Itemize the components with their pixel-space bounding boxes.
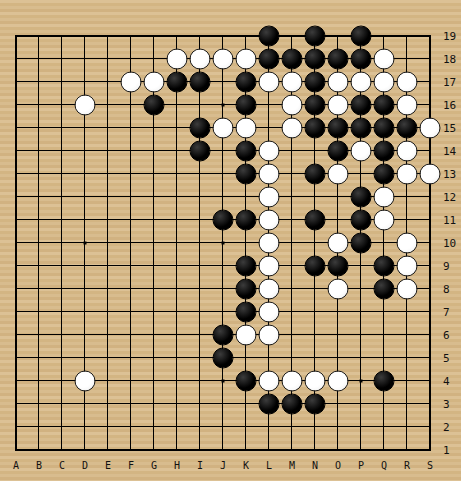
row-label-15: 15 [443, 122, 456, 135]
black-stone-L3[interactable] [258, 393, 279, 414]
row-label-13: 13 [443, 168, 456, 181]
white-stone-M4[interactable] [281, 370, 302, 391]
black-stone-I17[interactable] [189, 71, 210, 92]
white-stone-K15[interactable] [235, 117, 256, 138]
white-stone-D4[interactable] [74, 370, 95, 391]
white-stone-L8[interactable] [258, 278, 279, 299]
grid-hline [15, 311, 430, 312]
grid-hline [15, 403, 430, 404]
star-point [221, 241, 224, 244]
white-stone-L13[interactable] [258, 163, 279, 184]
row-label-19: 19 [443, 30, 456, 43]
black-stone-P10[interactable] [350, 232, 371, 253]
column-label-K: K [243, 460, 249, 471]
black-stone-K9[interactable] [235, 255, 256, 276]
row-label-11: 11 [443, 214, 456, 227]
black-stone-N16[interactable] [304, 94, 325, 115]
black-stone-P11[interactable] [350, 209, 371, 230]
white-stone-R8[interactable] [396, 278, 417, 299]
white-stone-R17[interactable] [396, 71, 417, 92]
grid-vline [130, 35, 131, 451]
black-stone-N11[interactable] [304, 209, 325, 230]
white-stone-J15[interactable] [212, 117, 233, 138]
white-stone-R16[interactable] [396, 94, 417, 115]
column-label-N: N [312, 460, 318, 471]
black-stone-O18[interactable] [327, 48, 348, 69]
black-stone-N19[interactable] [304, 25, 325, 46]
black-stone-H17[interactable] [166, 71, 187, 92]
star-point [83, 241, 86, 244]
white-stone-M17[interactable] [281, 71, 302, 92]
row-label-5: 5 [443, 352, 450, 365]
row-label-4: 4 [443, 375, 450, 388]
black-stone-R15[interactable] [396, 117, 417, 138]
white-stone-R9[interactable] [396, 255, 417, 276]
white-stone-O13[interactable] [327, 163, 348, 184]
white-stone-S13[interactable] [419, 163, 440, 184]
white-stone-N4[interactable] [304, 370, 325, 391]
white-stone-L7[interactable] [258, 301, 279, 322]
black-stone-P12[interactable] [350, 186, 371, 207]
white-stone-P17[interactable] [350, 71, 371, 92]
row-label-2: 2 [443, 421, 450, 434]
row-label-12: 12 [443, 191, 456, 204]
white-stone-H18[interactable] [166, 48, 187, 69]
white-stone-K18[interactable] [235, 48, 256, 69]
white-stone-M15[interactable] [281, 117, 302, 138]
white-stone-O4[interactable] [327, 370, 348, 391]
white-stone-R10[interactable] [396, 232, 417, 253]
white-stone-P14[interactable] [350, 140, 371, 161]
white-stone-J18[interactable] [212, 48, 233, 69]
white-stone-O10[interactable] [327, 232, 348, 253]
row-label-9: 9 [443, 260, 450, 273]
column-label-B: B [36, 460, 42, 471]
row-label-10: 10 [443, 237, 456, 250]
white-stone-F17[interactable] [120, 71, 141, 92]
black-stone-I14[interactable] [189, 140, 210, 161]
black-stone-K16[interactable] [235, 94, 256, 115]
row-label-8: 8 [443, 283, 450, 296]
white-stone-Q11[interactable] [373, 209, 394, 230]
grid-hline [15, 426, 430, 427]
white-stone-L11[interactable] [258, 209, 279, 230]
black-stone-O14[interactable] [327, 140, 348, 161]
column-label-R: R [404, 460, 410, 471]
column-label-D: D [82, 460, 88, 471]
white-stone-L6[interactable] [258, 324, 279, 345]
black-stone-Q13[interactable] [373, 163, 394, 184]
column-label-Q: Q [381, 460, 387, 471]
black-stone-K13[interactable] [235, 163, 256, 184]
column-label-C: C [59, 460, 65, 471]
black-stone-J6[interactable] [212, 324, 233, 345]
black-stone-K17[interactable] [235, 71, 256, 92]
grid-vline [15, 35, 17, 451]
white-stone-R14[interactable] [396, 140, 417, 161]
white-stone-O8[interactable] [327, 278, 348, 299]
black-stone-O9[interactable] [327, 255, 348, 276]
black-stone-L18[interactable] [258, 48, 279, 69]
black-stone-O15[interactable] [327, 117, 348, 138]
star-point [359, 379, 362, 382]
black-stone-J5[interactable] [212, 347, 233, 368]
row-label-18: 18 [443, 53, 456, 66]
grid-hline [15, 449, 430, 451]
column-label-I: I [197, 460, 203, 471]
black-stone-Q4[interactable] [373, 370, 394, 391]
column-label-J: J [220, 460, 226, 471]
row-label-17: 17 [443, 76, 456, 89]
black-stone-K8[interactable] [235, 278, 256, 299]
column-label-O: O [335, 460, 341, 471]
row-label-7: 7 [443, 306, 450, 319]
black-stone-N9[interactable] [304, 255, 325, 276]
column-label-P: P [358, 460, 364, 471]
black-stone-K4[interactable] [235, 370, 256, 391]
grid-vline [107, 35, 108, 451]
black-stone-J11[interactable] [212, 209, 233, 230]
column-label-E: E [105, 460, 111, 471]
black-stone-M18[interactable] [281, 48, 302, 69]
grid-hline [15, 288, 430, 289]
go-board-diagram: ABCDEFGHIJKLMNOPQRS191817161514131211109… [0, 0, 461, 481]
white-stone-O16[interactable] [327, 94, 348, 115]
star-point [221, 103, 224, 106]
star-point [221, 379, 224, 382]
grid-hline [15, 265, 430, 266]
row-label-1: 1 [443, 444, 450, 457]
black-stone-N17[interactable] [304, 71, 325, 92]
black-stone-Q9[interactable] [373, 255, 394, 276]
column-label-F: F [128, 460, 134, 471]
column-label-G: G [151, 460, 157, 471]
black-stone-M3[interactable] [281, 393, 302, 414]
white-stone-K6[interactable] [235, 324, 256, 345]
white-stone-I18[interactable] [189, 48, 210, 69]
grid-vline [38, 35, 39, 451]
white-stone-L17[interactable] [258, 71, 279, 92]
black-stone-Q15[interactable] [373, 117, 394, 138]
black-stone-K11[interactable] [235, 209, 256, 230]
grid-vline [176, 35, 177, 451]
column-label-S: S [427, 460, 433, 471]
black-stone-L19[interactable] [258, 25, 279, 46]
white-stone-D16[interactable] [74, 94, 95, 115]
black-stone-G16[interactable] [143, 94, 164, 115]
black-stone-K14[interactable] [235, 140, 256, 161]
black-stone-K7[interactable] [235, 301, 256, 322]
black-stone-N18[interactable] [304, 48, 325, 69]
row-label-6: 6 [443, 329, 450, 342]
row-label-3: 3 [443, 398, 450, 411]
black-stone-N13[interactable] [304, 163, 325, 184]
grid-vline [199, 35, 200, 451]
row-label-14: 14 [443, 145, 456, 158]
column-label-M: M [289, 460, 295, 471]
black-stone-P19[interactable] [350, 25, 371, 46]
column-label-L: L [266, 460, 272, 471]
white-stone-G17[interactable] [143, 71, 164, 92]
white-stone-L14[interactable] [258, 140, 279, 161]
white-stone-L4[interactable] [258, 370, 279, 391]
white-stone-O17[interactable] [327, 71, 348, 92]
column-label-A: A [13, 460, 19, 471]
grid-vline [429, 35, 431, 451]
black-stone-P15[interactable] [350, 117, 371, 138]
black-stone-P18[interactable] [350, 48, 371, 69]
black-stone-N15[interactable] [304, 117, 325, 138]
white-stone-S15[interactable] [419, 117, 440, 138]
white-stone-Q18[interactable] [373, 48, 394, 69]
grid-vline [61, 35, 62, 451]
white-stone-R13[interactable] [396, 163, 417, 184]
white-stone-L10[interactable] [258, 232, 279, 253]
row-label-16: 16 [443, 99, 456, 112]
black-stone-Q14[interactable] [373, 140, 394, 161]
black-stone-Q16[interactable] [373, 94, 394, 115]
black-stone-Q8[interactable] [373, 278, 394, 299]
white-stone-Q12[interactable] [373, 186, 394, 207]
white-stone-L9[interactable] [258, 255, 279, 276]
white-stone-M16[interactable] [281, 94, 302, 115]
column-label-H: H [174, 460, 180, 471]
black-stone-N3[interactable] [304, 393, 325, 414]
black-stone-I15[interactable] [189, 117, 210, 138]
black-stone-P16[interactable] [350, 94, 371, 115]
white-stone-Q17[interactable] [373, 71, 394, 92]
white-stone-L12[interactable] [258, 186, 279, 207]
